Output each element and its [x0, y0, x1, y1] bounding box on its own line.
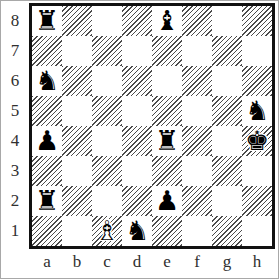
black-knight-a6[interactable]: ♞	[32, 66, 62, 96]
rank-label-7: 7	[1, 36, 29, 66]
square-e8[interactable]: ♝	[152, 6, 182, 36]
square-h3[interactable]	[242, 156, 272, 186]
square-h7[interactable]	[242, 36, 272, 66]
square-e6[interactable]	[152, 66, 182, 96]
square-d2[interactable]	[122, 186, 152, 216]
file-label-b: b	[62, 251, 92, 273]
square-b2[interactable]	[62, 186, 92, 216]
square-f7[interactable]	[182, 36, 212, 66]
square-c4[interactable]	[92, 126, 122, 156]
square-e4[interactable]: ♜	[152, 126, 182, 156]
square-g4[interactable]	[212, 126, 242, 156]
square-b6[interactable]	[62, 66, 92, 96]
rank-labels: 87654321	[1, 6, 29, 246]
square-a5[interactable]	[32, 96, 62, 126]
square-g1[interactable]	[212, 216, 242, 246]
file-label-g: g	[212, 251, 242, 273]
black-knight-h5[interactable]: ♞	[242, 96, 272, 126]
square-f6[interactable]	[182, 66, 212, 96]
square-h4[interactable]: ♚	[242, 126, 272, 156]
square-a8[interactable]: ♜	[32, 6, 62, 36]
square-a3[interactable]	[32, 156, 62, 186]
square-d7[interactable]	[122, 36, 152, 66]
square-c2[interactable]	[92, 186, 122, 216]
square-f1[interactable]	[182, 216, 212, 246]
white-piece-outline: ♗	[92, 216, 122, 246]
square-h8[interactable]	[242, 6, 272, 36]
square-e3[interactable]	[152, 156, 182, 186]
square-h6[interactable]	[242, 66, 272, 96]
rank-label-6: 6	[1, 66, 29, 96]
board-frame: ♜♝♞♞♟♜♚♜♟♝♗♞	[29, 3, 275, 249]
square-a6[interactable]: ♞	[32, 66, 62, 96]
square-c8[interactable]	[92, 6, 122, 36]
file-label-e: e	[152, 251, 182, 273]
file-labels: abcdefgh	[32, 251, 272, 273]
black-king-h4[interactable]: ♚	[242, 126, 272, 156]
square-b4[interactable]	[62, 126, 92, 156]
square-e7[interactable]	[152, 36, 182, 66]
square-h2[interactable]	[242, 186, 272, 216]
file-label-c: c	[92, 251, 122, 273]
square-a4[interactable]: ♟	[32, 126, 62, 156]
black-pawn-a4[interactable]: ♟	[32, 126, 62, 156]
rank-label-5: 5	[1, 96, 29, 126]
square-c1[interactable]: ♝♗	[92, 216, 122, 246]
file-label-d: d	[122, 251, 152, 273]
chess-diagram: 87654321 ♜♝♞♞♟♜♚♜♟♝♗♞ abcdefgh	[0, 0, 279, 279]
square-a7[interactable]	[32, 36, 62, 66]
square-c3[interactable]	[92, 156, 122, 186]
black-rook-a2[interactable]: ♜	[32, 186, 62, 216]
square-b3[interactable]	[62, 156, 92, 186]
file-label-f: f	[182, 251, 212, 273]
white-bishop-c1[interactable]: ♝♗	[92, 216, 122, 246]
square-g6[interactable]	[212, 66, 242, 96]
square-f3[interactable]	[182, 156, 212, 186]
square-d3[interactable]	[122, 156, 152, 186]
square-b1[interactable]	[62, 216, 92, 246]
square-a1[interactable]	[32, 216, 62, 246]
black-pawn-e2[interactable]: ♟	[152, 186, 182, 216]
square-f8[interactable]	[182, 6, 212, 36]
square-e5[interactable]	[152, 96, 182, 126]
square-g8[interactable]	[212, 6, 242, 36]
black-knight-d1[interactable]: ♞	[122, 216, 152, 246]
square-c7[interactable]	[92, 36, 122, 66]
square-f2[interactable]	[182, 186, 212, 216]
square-d4[interactable]	[122, 126, 152, 156]
square-c5[interactable]	[92, 96, 122, 126]
square-d1[interactable]: ♞	[122, 216, 152, 246]
square-b8[interactable]	[62, 6, 92, 36]
square-d6[interactable]	[122, 66, 152, 96]
rank-label-1: 1	[1, 216, 29, 246]
chess-board: ♜♝♞♞♟♜♚♜♟♝♗♞	[32, 6, 272, 246]
black-rook-a8[interactable]: ♜	[32, 6, 62, 36]
square-a2[interactable]: ♜	[32, 186, 62, 216]
square-g5[interactable]	[212, 96, 242, 126]
rank-label-4: 4	[1, 126, 29, 156]
file-label-a: a	[32, 251, 62, 273]
square-b5[interactable]	[62, 96, 92, 126]
file-label-h: h	[242, 251, 272, 273]
square-e2[interactable]: ♟	[152, 186, 182, 216]
square-g3[interactable]	[212, 156, 242, 186]
square-f5[interactable]	[182, 96, 212, 126]
square-b7[interactable]	[62, 36, 92, 66]
rank-label-3: 3	[1, 156, 29, 186]
square-g2[interactable]	[212, 186, 242, 216]
rank-label-8: 8	[1, 6, 29, 36]
square-g7[interactable]	[212, 36, 242, 66]
square-d5[interactable]	[122, 96, 152, 126]
square-d8[interactable]	[122, 6, 152, 36]
square-c6[interactable]	[92, 66, 122, 96]
square-e1[interactable]	[152, 216, 182, 246]
black-rook-e4[interactable]: ♜	[152, 126, 182, 156]
square-f4[interactable]	[182, 126, 212, 156]
square-h5[interactable]: ♞	[242, 96, 272, 126]
square-h1[interactable]	[242, 216, 272, 246]
rank-label-2: 2	[1, 186, 29, 216]
black-bishop-e8[interactable]: ♝	[152, 6, 182, 36]
